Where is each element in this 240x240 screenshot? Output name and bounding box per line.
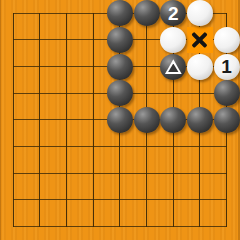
- black-stone: [107, 54, 133, 80]
- grid-line-horizontal: [27, 119, 54, 120]
- grid-line-horizontal: [53, 13, 80, 14]
- intersection-r7c1[interactable]: [0, 160, 27, 187]
- grid-line-horizontal: [107, 226, 134, 227]
- grid-line-horizontal: [187, 226, 214, 227]
- intersection-r6c3[interactable]: [53, 133, 80, 160]
- intersection-r1c4[interactable]: [80, 0, 107, 27]
- intersection-r5c7[interactable]: [160, 107, 187, 134]
- grid-line-vertical: [39, 13, 40, 26]
- intersection-r7c3[interactable]: [53, 160, 80, 187]
- grid-line-horizontal: [80, 119, 107, 120]
- grid-line-horizontal: [27, 226, 54, 227]
- black-stone: [214, 107, 240, 133]
- intersection-r9c9[interactable]: [213, 213, 240, 240]
- black-stone: [107, 0, 133, 26]
- grid-line-vertical: [226, 213, 227, 226]
- grid-line-horizontal: [80, 146, 107, 147]
- grid-line-horizontal: [107, 146, 134, 147]
- grid-line-horizontal: [80, 173, 107, 174]
- intersection-r2c5[interactable]: [107, 27, 134, 54]
- grid-line-horizontal: [187, 93, 214, 94]
- white-stone: 1: [214, 54, 240, 80]
- grid-line-horizontal: [160, 173, 187, 174]
- intersection-r7c7[interactable]: [160, 160, 187, 187]
- white-stone: [214, 27, 240, 53]
- black-stone: 2: [160, 0, 186, 26]
- grid-line-horizontal: [133, 146, 160, 147]
- intersection-r5c5[interactable]: [107, 107, 134, 134]
- intersection-r7c6[interactable]: [133, 160, 160, 187]
- black-stone: [107, 27, 133, 53]
- intersection-r9c3[interactable]: [53, 213, 80, 240]
- grid-line-vertical: [93, 13, 94, 26]
- intersection-r6c5[interactable]: [107, 133, 134, 160]
- grid-line-horizontal: [133, 226, 160, 227]
- black-stone: [107, 107, 133, 133]
- grid-line-horizontal: [80, 66, 107, 67]
- intersection-r9c4[interactable]: [80, 213, 107, 240]
- grid-line-horizontal: [160, 93, 187, 94]
- grid-line-horizontal: [160, 226, 187, 227]
- grid-line-vertical: [146, 213, 147, 226]
- grid-line-horizontal: [53, 146, 80, 147]
- intersection-r5c8[interactable]: [187, 107, 214, 134]
- grid-line-horizontal: [27, 173, 54, 174]
- intersection-r4c5[interactable]: [107, 80, 134, 107]
- intersection-r5c6[interactable]: [133, 107, 160, 134]
- intersection-r7c5[interactable]: [107, 160, 134, 187]
- intersection-r1c7[interactable]: 2: [160, 0, 187, 27]
- intersection-r4c2[interactable]: [27, 80, 54, 107]
- grid-line-horizontal: [80, 13, 107, 14]
- grid-line-vertical: [39, 213, 40, 226]
- intersection-r1c5[interactable]: [107, 0, 134, 27]
- white-stone: [187, 0, 213, 26]
- intersection-r8c4[interactable]: [80, 187, 107, 214]
- intersection-r9c1[interactable]: [0, 213, 27, 240]
- grid-line-horizontal: [213, 226, 226, 227]
- grid-line-horizontal: [13, 173, 26, 174]
- intersection-r6c4[interactable]: [80, 133, 107, 160]
- grid-line-horizontal: [53, 66, 80, 67]
- intersection-r3c1[interactable]: [0, 53, 27, 80]
- intersection-r4c9[interactable]: [213, 80, 240, 107]
- grid-line-horizontal: [13, 146, 26, 147]
- grid-line-horizontal: [133, 39, 160, 40]
- triangle-mark: [165, 59, 182, 74]
- grid-line-horizontal: [53, 93, 80, 94]
- grid-line-horizontal: [53, 173, 80, 174]
- grid-line-vertical: [119, 213, 120, 226]
- black-stone: [160, 54, 186, 80]
- intersection-r7c8[interactable]: [187, 160, 214, 187]
- intersection-r2c8[interactable]: [187, 27, 214, 54]
- intersection-r2c6[interactable]: [133, 27, 160, 54]
- intersection-r2c9[interactable]: [213, 27, 240, 54]
- intersection-r2c4[interactable]: [80, 27, 107, 54]
- grid-line-horizontal: [213, 13, 226, 14]
- grid-line-vertical: [13, 213, 14, 226]
- black-stone: [214, 80, 240, 106]
- grid-line-horizontal: [80, 93, 107, 94]
- grid-line-vertical: [66, 213, 67, 226]
- black-stone: [160, 107, 186, 133]
- intersection-r1c8[interactable]: [187, 0, 214, 27]
- intersection-r3c8[interactable]: [187, 53, 214, 80]
- grid-line-horizontal: [27, 146, 54, 147]
- white-stone: [160, 27, 186, 53]
- grid-line-horizontal: [53, 199, 80, 200]
- intersection-r9c2[interactable]: [27, 213, 54, 240]
- intersection-r8c2[interactable]: [27, 187, 54, 214]
- grid-line-horizontal: [27, 93, 54, 94]
- intersection-r3c7[interactable]: [160, 53, 187, 80]
- grid-line-horizontal: [13, 39, 26, 40]
- black-stone: [134, 0, 160, 26]
- intersection-r9c7[interactable]: [160, 213, 187, 240]
- intersection-r4c6[interactable]: [133, 80, 160, 107]
- intersection-r8c5[interactable]: [107, 187, 134, 214]
- intersection-r1c6[interactable]: [133, 0, 160, 27]
- intersection-r5c4[interactable]: [80, 107, 107, 134]
- grid-line-vertical: [13, 13, 14, 26]
- intersection-r4c3[interactable]: [53, 80, 80, 107]
- intersection-r1c1[interactable]: [0, 0, 27, 27]
- grid-line-horizontal: [107, 173, 134, 174]
- intersection-r5c1[interactable]: [0, 107, 27, 134]
- grid-line-horizontal: [13, 66, 26, 67]
- intersection-r1c3[interactable]: [53, 0, 80, 27]
- grid-line-horizontal: [213, 173, 226, 174]
- grid-line-vertical: [226, 13, 227, 26]
- intersection-r3c3[interactable]: [53, 53, 80, 80]
- intersection-r4c8[interactable]: [187, 80, 214, 107]
- grid-line-horizontal: [133, 173, 160, 174]
- grid-line-horizontal: [13, 199, 26, 200]
- intersection-r4c7[interactable]: [160, 80, 187, 107]
- intersection-r4c1[interactable]: [0, 80, 27, 107]
- intersection-r8c1[interactable]: [0, 187, 27, 214]
- intersection-r5c9[interactable]: [213, 107, 240, 134]
- triangle-mark-inner: [168, 64, 179, 73]
- grid-line-horizontal: [213, 146, 226, 147]
- intersection-r8c7[interactable]: [160, 187, 187, 214]
- grid-line-horizontal: [133, 66, 160, 67]
- grid-line-horizontal: [80, 199, 107, 200]
- grid-line-horizontal: [53, 39, 80, 40]
- intersection-r6c8[interactable]: [187, 133, 214, 160]
- grid-line-horizontal: [107, 199, 134, 200]
- intersection-r6c1[interactable]: [0, 133, 27, 160]
- grid-line-horizontal: [53, 119, 80, 120]
- intersection-r8c9[interactable]: [213, 187, 240, 214]
- intersection-r3c4[interactable]: [80, 53, 107, 80]
- grid-line-horizontal: [13, 93, 26, 94]
- intersection-r2c7[interactable]: [160, 27, 187, 54]
- intersection-r1c9[interactable]: [213, 0, 240, 27]
- intersection-r5c2[interactable]: [27, 107, 54, 134]
- grid-line-horizontal: [187, 146, 214, 147]
- black-stone: [134, 107, 160, 133]
- intersection-r2c2[interactable]: [27, 27, 54, 54]
- grid-line-vertical: [173, 213, 174, 226]
- intersection-r3c6[interactable]: [133, 53, 160, 80]
- grid-line-vertical: [199, 213, 200, 226]
- grid-line-horizontal: [13, 226, 26, 227]
- grid-line-horizontal: [133, 93, 160, 94]
- intersection-r4c4[interactable]: [80, 80, 107, 107]
- grid-line-horizontal: [133, 199, 160, 200]
- black-stone: [187, 107, 213, 133]
- grid-line-horizontal: [53, 226, 80, 227]
- intersection-r8c8[interactable]: [187, 187, 214, 214]
- move-number-label: 1: [221, 57, 232, 76]
- grid-line-horizontal: [80, 226, 107, 227]
- grid-line-vertical: [66, 13, 67, 26]
- intersection-r3c9[interactable]: 1: [213, 53, 240, 80]
- intersection-r9c6[interactable]: [133, 213, 160, 240]
- intersection-r6c6[interactable]: [133, 133, 160, 160]
- highlight-square: [187, 27, 214, 54]
- black-stone: [107, 80, 133, 106]
- grid-line-horizontal: [13, 119, 26, 120]
- grid-line-horizontal: [160, 199, 187, 200]
- intersection-r8c6[interactable]: [133, 187, 160, 214]
- intersection-r3c5[interactable]: [107, 53, 134, 80]
- grid-line-horizontal: [187, 199, 214, 200]
- white-stone: [187, 54, 213, 80]
- intersection-r9c8[interactable]: [187, 213, 214, 240]
- grid-line-vertical: [93, 213, 94, 226]
- go-board: 21: [0, 0, 240, 240]
- grid-line-horizontal: [80, 39, 107, 40]
- grid-line-horizontal: [27, 199, 54, 200]
- intersection-r6c2[interactable]: [27, 133, 54, 160]
- intersection-r2c1[interactable]: [0, 27, 27, 54]
- intersection-r7c4[interactable]: [80, 160, 107, 187]
- grid-line-horizontal: [27, 13, 54, 14]
- intersection-r6c7[interactable]: [160, 133, 187, 160]
- intersection-r7c9[interactable]: [213, 160, 240, 187]
- grid-line-horizontal: [213, 199, 226, 200]
- intersection-r9c5[interactable]: [107, 213, 134, 240]
- intersection-r3c2[interactable]: [27, 53, 54, 80]
- grid-line-horizontal: [13, 13, 26, 14]
- grid-line-horizontal: [27, 39, 54, 40]
- intersection-r5c3[interactable]: [53, 107, 80, 134]
- grid-line-horizontal: [27, 66, 54, 67]
- intersection-r7c2[interactable]: [27, 160, 54, 187]
- intersection-r1c2[interactable]: [27, 0, 54, 27]
- grid-line-horizontal: [160, 146, 187, 147]
- intersection-r6c9[interactable]: [213, 133, 240, 160]
- move-number-label: 2: [168, 4, 179, 23]
- grid-line-horizontal: [187, 173, 214, 174]
- intersection-r2c3[interactable]: [53, 27, 80, 54]
- intersection-r8c3[interactable]: [53, 187, 80, 214]
